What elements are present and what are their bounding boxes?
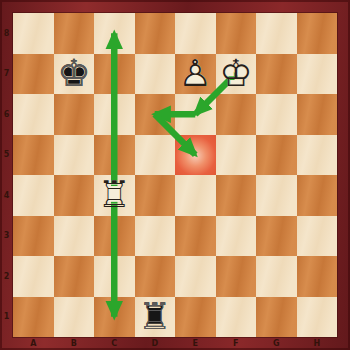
rank-label-3: 3 (0, 216, 13, 257)
rank-label-6: 6 (0, 94, 13, 135)
square-h3[interactable] (297, 216, 338, 257)
square-b6[interactable] (54, 94, 95, 135)
file-label-e: E (175, 337, 216, 350)
rank-label-4: 4 (0, 175, 13, 216)
square-g2[interactable] (256, 256, 297, 297)
square-b5[interactable] (54, 135, 95, 176)
white-king-outline: ♔ (216, 54, 257, 95)
square-f2[interactable] (216, 256, 257, 297)
piece-black-king-b7[interactable]: ♚♔ (54, 54, 95, 95)
square-c8[interactable] (94, 13, 135, 54)
square-e2[interactable] (175, 256, 216, 297)
square-a8[interactable] (13, 13, 54, 54)
square-h8[interactable] (297, 13, 338, 54)
square-d5[interactable] (135, 135, 176, 176)
file-label-f: F (216, 337, 257, 350)
square-h6[interactable] (297, 94, 338, 135)
square-g7[interactable] (256, 54, 297, 95)
square-e5[interactable] (175, 135, 216, 176)
square-b2[interactable] (54, 256, 95, 297)
square-g6[interactable] (256, 94, 297, 135)
rank-label-2: 2 (0, 256, 13, 297)
square-h1[interactable] (297, 297, 338, 338)
square-f3[interactable] (216, 216, 257, 257)
square-d4[interactable] (135, 175, 176, 216)
square-g1[interactable] (256, 297, 297, 338)
square-b3[interactable] (54, 216, 95, 257)
square-a4[interactable] (13, 175, 54, 216)
square-e1[interactable] (175, 297, 216, 338)
rank-label-1: 1 (0, 297, 13, 338)
square-d2[interactable] (135, 256, 176, 297)
square-e8[interactable] (175, 13, 216, 54)
square-c6[interactable] (94, 94, 135, 135)
square-g8[interactable] (256, 13, 297, 54)
square-g4[interactable] (256, 175, 297, 216)
square-f6[interactable] (216, 94, 257, 135)
square-b8[interactable] (54, 13, 95, 54)
square-f8[interactable] (216, 13, 257, 54)
square-a1[interactable] (13, 297, 54, 338)
square-c7[interactable] (94, 54, 135, 95)
square-a6[interactable] (13, 94, 54, 135)
square-f1[interactable] (216, 297, 257, 338)
black-rook-outline: ♖ (135, 297, 176, 338)
square-a2[interactable] (13, 256, 54, 297)
file-label-d: D (135, 337, 176, 350)
rank-label-8: 8 (0, 13, 13, 54)
square-g5[interactable] (256, 135, 297, 176)
square-b4[interactable] (54, 175, 95, 216)
file-label-a: A (13, 337, 54, 350)
square-h2[interactable] (297, 256, 338, 297)
file-label-c: C (94, 337, 135, 350)
piece-white-rook-c4[interactable]: ♜♖ (94, 175, 135, 216)
square-e3[interactable] (175, 216, 216, 257)
square-a5[interactable] (13, 135, 54, 176)
white-rook-outline: ♖ (94, 175, 135, 216)
square-f5[interactable] (216, 135, 257, 176)
square-a7[interactable] (13, 54, 54, 95)
square-h5[interactable] (297, 135, 338, 176)
square-f4[interactable] (216, 175, 257, 216)
square-d7[interactable] (135, 54, 176, 95)
piece-white-pawn-e7[interactable]: ♟♙ (175, 54, 216, 95)
square-d6[interactable] (135, 94, 176, 135)
file-label-h: H (297, 337, 338, 350)
square-c2[interactable] (94, 256, 135, 297)
square-e6[interactable] (175, 94, 216, 135)
rank-label-7: 7 (0, 54, 13, 95)
square-c1[interactable] (94, 297, 135, 338)
chess-app: 87654321 ABCDEFGH ♚♔♟♙♚♔♜♖♜♖ (0, 0, 350, 350)
square-d3[interactable] (135, 216, 176, 257)
white-pawn-outline: ♙ (175, 54, 216, 95)
square-c3[interactable] (94, 216, 135, 257)
square-e4[interactable] (175, 175, 216, 216)
file-label-b: B (54, 337, 95, 350)
square-h7[interactable] (297, 54, 338, 95)
file-label-g: G (256, 337, 297, 350)
square-c5[interactable] (94, 135, 135, 176)
rank-label-5: 5 (0, 135, 13, 176)
square-d8[interactable] (135, 13, 176, 54)
square-g3[interactable] (256, 216, 297, 257)
square-h4[interactable] (297, 175, 338, 216)
piece-black-rook-d1[interactable]: ♜♖ (135, 297, 176, 338)
black-king-outline: ♔ (54, 54, 95, 95)
piece-white-king-f7[interactable]: ♚♔ (216, 54, 257, 95)
square-b1[interactable] (54, 297, 95, 338)
square-a3[interactable] (13, 216, 54, 257)
